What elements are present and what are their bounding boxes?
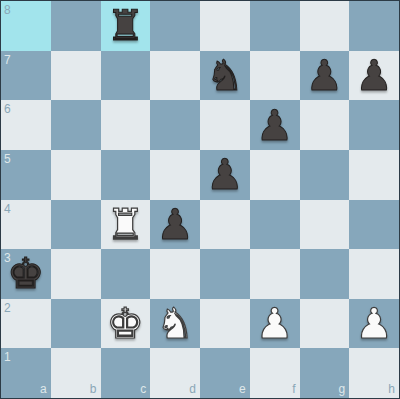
rank-label-1: 1: [4, 351, 11, 363]
square-b8[interactable]: [51, 1, 101, 51]
square-e5[interactable]: ♟: [200, 150, 250, 200]
square-b1[interactable]: b: [51, 348, 101, 398]
square-h6[interactable]: [349, 100, 399, 150]
square-g3[interactable]: [300, 249, 350, 299]
square-g1[interactable]: g: [300, 348, 350, 398]
square-b7[interactable]: [51, 51, 101, 101]
white-rook[interactable]: ♜: [107, 200, 145, 249]
rank-label-8: 8: [4, 4, 11, 16]
square-g5[interactable]: [300, 150, 350, 200]
square-f7[interactable]: [250, 51, 300, 101]
square-e3[interactable]: [200, 249, 250, 299]
file-label-e: e: [239, 383, 246, 395]
square-b3[interactable]: [51, 249, 101, 299]
file-label-d: d: [189, 383, 196, 395]
square-h5[interactable]: [349, 150, 399, 200]
square-c8[interactable]: ♜: [101, 1, 151, 51]
black-knight[interactable]: ♞: [206, 51, 244, 100]
square-h2[interactable]: ♟: [349, 299, 399, 349]
white-pawn[interactable]: ♟: [256, 299, 294, 348]
square-f8[interactable]: [250, 1, 300, 51]
black-rook[interactable]: ♜: [107, 1, 145, 50]
square-f5[interactable]: [250, 150, 300, 200]
file-label-g: g: [339, 383, 346, 395]
square-e4[interactable]: [200, 200, 250, 250]
square-c6[interactable]: [101, 100, 151, 150]
square-f2[interactable]: ♟: [250, 299, 300, 349]
square-c4[interactable]: ♜: [101, 200, 151, 250]
square-d1[interactable]: d: [150, 348, 200, 398]
square-e2[interactable]: [200, 299, 250, 349]
square-b4[interactable]: [51, 200, 101, 250]
square-d2[interactable]: ♞: [150, 299, 200, 349]
white-knight[interactable]: ♞: [156, 299, 194, 348]
square-e1[interactable]: e: [200, 348, 250, 398]
file-label-h: h: [388, 383, 395, 395]
square-g7[interactable]: ♟: [300, 51, 350, 101]
rank-label-6: 6: [4, 103, 11, 115]
square-b6[interactable]: [51, 100, 101, 150]
rank-label-5: 5: [4, 153, 11, 165]
square-h1[interactable]: h: [349, 348, 399, 398]
square-e7[interactable]: ♞: [200, 51, 250, 101]
square-d6[interactable]: [150, 100, 200, 150]
square-f4[interactable]: [250, 200, 300, 250]
square-a2[interactable]: 2: [1, 299, 51, 349]
black-pawn[interactable]: ♟: [206, 150, 244, 199]
square-d3[interactable]: [150, 249, 200, 299]
square-b5[interactable]: [51, 150, 101, 200]
square-f6[interactable]: ♟: [250, 100, 300, 150]
square-a3[interactable]: 3♚: [1, 249, 51, 299]
square-a5[interactable]: 5: [1, 150, 51, 200]
white-king[interactable]: ♚: [107, 299, 145, 348]
chess-board-frame: 8♜7♞♟♟6♟5♟4♜♟3♚2♚♞♟♟1abcdefgh: [0, 0, 400, 399]
square-c3[interactable]: [101, 249, 151, 299]
rank-label-4: 4: [4, 203, 11, 215]
square-g4[interactable]: [300, 200, 350, 250]
square-a4[interactable]: 4: [1, 200, 51, 250]
square-g2[interactable]: [300, 299, 350, 349]
square-a7[interactable]: 7: [1, 51, 51, 101]
square-h3[interactable]: [349, 249, 399, 299]
black-pawn[interactable]: ♟: [256, 101, 294, 150]
square-d7[interactable]: [150, 51, 200, 101]
square-a8[interactable]: 8: [1, 1, 51, 51]
square-g8[interactable]: [300, 1, 350, 51]
square-f3[interactable]: [250, 249, 300, 299]
file-label-a: a: [40, 383, 47, 395]
rank-label-7: 7: [4, 54, 11, 66]
square-f1[interactable]: f: [250, 348, 300, 398]
black-pawn[interactable]: ♟: [156, 200, 194, 249]
square-a1[interactable]: 1a: [1, 348, 51, 398]
square-c5[interactable]: [101, 150, 151, 200]
square-c1[interactable]: c: [101, 348, 151, 398]
black-pawn[interactable]: ♟: [355, 51, 393, 100]
file-label-f: f: [292, 383, 295, 395]
black-pawn[interactable]: ♟: [306, 51, 344, 100]
rank-label-2: 2: [4, 302, 11, 314]
square-h4[interactable]: [349, 200, 399, 250]
white-pawn[interactable]: ♟: [355, 299, 393, 348]
square-d5[interactable]: [150, 150, 200, 200]
square-c2[interactable]: ♚: [101, 299, 151, 349]
file-label-c: c: [140, 383, 146, 395]
square-b2[interactable]: [51, 299, 101, 349]
square-g6[interactable]: [300, 100, 350, 150]
black-king[interactable]: ♚: [7, 249, 45, 298]
square-e6[interactable]: [200, 100, 250, 150]
file-label-b: b: [90, 383, 97, 395]
chess-board: 8♜7♞♟♟6♟5♟4♜♟3♚2♚♞♟♟1abcdefgh: [1, 1, 399, 398]
square-c7[interactable]: [101, 51, 151, 101]
square-e8[interactable]: [200, 1, 250, 51]
square-a6[interactable]: 6: [1, 100, 51, 150]
square-d4[interactable]: ♟: [150, 200, 200, 250]
square-h8[interactable]: [349, 1, 399, 51]
square-d8[interactable]: [150, 1, 200, 51]
square-h7[interactable]: ♟: [349, 51, 399, 101]
